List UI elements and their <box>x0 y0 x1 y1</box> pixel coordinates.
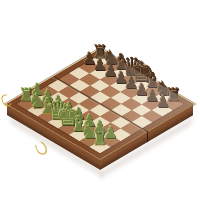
square-h1: ♜ <box>90 141 111 153</box>
board-top: ♜♞♝♛♚♝♞♜♟♟♟♟♟♟♟♟♟♟♟♟♟♟♟♟♜♞♝♛♚♝♞♜ <box>7 49 194 159</box>
fold-seam-edge-cut <box>146 130 148 142</box>
product-photo: ♜♞♝♛♚♝♞♜♟♟♟♟♟♟♟♟♟♟♟♟♟♟♟♟♜♞♝♛♚♝♞♜ <box>0 0 200 200</box>
